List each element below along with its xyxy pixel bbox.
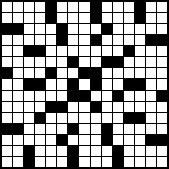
black-cell: [157, 135, 167, 145]
grid-cell[interactable]: [135, 35, 145, 45]
grid-cell[interactable]: [13, 102, 23, 112]
grid-cell[interactable]: [35, 24, 45, 34]
grid-cell[interactable]: [91, 157, 101, 167]
grid-cell[interactable]: [13, 57, 23, 67]
grid-cell[interactable]: [102, 146, 112, 156]
grid-cell[interactable]: [24, 113, 34, 123]
grid-cell[interactable]: [157, 13, 167, 23]
black-cell: [68, 157, 78, 167]
grid-cell[interactable]: [157, 57, 167, 67]
black-cell: [57, 24, 67, 34]
grid-cell[interactable]: [13, 46, 23, 56]
grid-cell[interactable]: [146, 68, 156, 78]
grid-cell[interactable]: [124, 68, 134, 78]
black-cell: [113, 146, 123, 156]
grid-cell[interactable]: [113, 46, 123, 56]
grid-cell[interactable]: [68, 13, 78, 23]
grid-cell[interactable]: [146, 102, 156, 112]
black-cell: [113, 57, 123, 67]
grid-cell[interactable]: [35, 57, 45, 67]
grid-cell[interactable]: [2, 113, 12, 123]
black-cell: [13, 124, 23, 134]
black-cell: [102, 57, 112, 67]
grid-cell[interactable]: [113, 79, 123, 89]
grid-cell[interactable]: [79, 24, 89, 34]
grid-cell[interactable]: [91, 24, 101, 34]
grid-cell[interactable]: [46, 79, 56, 89]
black-cell: [91, 2, 101, 12]
grid-cell[interactable]: [124, 135, 134, 145]
black-cell: [24, 146, 34, 156]
grid-cell[interactable]: [124, 102, 134, 112]
grid-cell[interactable]: [79, 35, 89, 45]
grid-cell[interactable]: [57, 146, 67, 156]
black-cell: [135, 113, 145, 123]
grid-cell[interactable]: [135, 135, 145, 145]
grid-cell[interactable]: [57, 68, 67, 78]
grid-cell[interactable]: [35, 68, 45, 78]
grid-cell[interactable]: [79, 46, 89, 56]
black-cell: [68, 79, 78, 89]
black-cell: [46, 102, 56, 112]
grid-cell[interactable]: [157, 68, 167, 78]
grid-cell[interactable]: [135, 68, 145, 78]
grid-cell[interactable]: [157, 46, 167, 56]
grid-cell[interactable]: [146, 113, 156, 123]
grid-cell[interactable]: [146, 91, 156, 101]
grid-cell[interactable]: [79, 57, 89, 67]
grid-cell[interactable]: [35, 91, 45, 101]
grid-cell[interactable]: [124, 35, 134, 45]
grid-cell[interactable]: [102, 68, 112, 78]
grid-cell[interactable]: [79, 102, 89, 112]
grid-cell[interactable]: [113, 24, 123, 34]
black-cell: [135, 2, 145, 12]
grid-cell[interactable]: [24, 124, 34, 134]
grid-cell[interactable]: [102, 113, 112, 123]
grid-cell[interactable]: [46, 91, 56, 101]
grid-cell[interactable]: [13, 35, 23, 45]
grid-cell[interactable]: [135, 146, 145, 156]
black-cell: [24, 157, 34, 167]
grid-cell[interactable]: [146, 46, 156, 56]
black-cell: [35, 79, 45, 89]
grid-cell[interactable]: [57, 157, 67, 167]
grid-cell[interactable]: [13, 79, 23, 89]
grid-cell[interactable]: [113, 102, 123, 112]
black-cell: [68, 57, 78, 67]
grid-cell[interactable]: [79, 79, 89, 89]
crossword-puzzle: [0, 0, 169, 169]
grid-cell[interactable]: [157, 24, 167, 34]
grid-cell[interactable]: [135, 157, 145, 167]
black-cell: [146, 135, 156, 145]
black-cell: [46, 2, 56, 12]
black-cell: [91, 13, 101, 23]
grid-cell[interactable]: [68, 46, 78, 56]
grid-cell[interactable]: [157, 146, 167, 156]
grid-cell[interactable]: [46, 46, 56, 56]
grid-cell[interactable]: [124, 13, 134, 23]
grid-cell[interactable]: [57, 2, 67, 12]
black-cell: [13, 24, 23, 34]
grid-cell[interactable]: [68, 68, 78, 78]
grid-cell[interactable]: [68, 2, 78, 12]
grid-cell[interactable]: [157, 2, 167, 12]
grid-cell[interactable]: [2, 13, 12, 23]
grid-cell[interactable]: [124, 146, 134, 156]
grid-cell[interactable]: [46, 124, 56, 134]
grid-cell[interactable]: [35, 124, 45, 134]
grid-cell[interactable]: [24, 13, 34, 23]
grid-cell[interactable]: [146, 57, 156, 67]
grid-cell[interactable]: [13, 2, 23, 12]
grid-cell[interactable]: [157, 124, 167, 134]
grid-cell[interactable]: [68, 113, 78, 123]
grid-cell[interactable]: [113, 35, 123, 45]
grid-cell[interactable]: [2, 157, 12, 167]
grid-cell[interactable]: [102, 35, 112, 45]
grid-cell[interactable]: [124, 157, 134, 167]
black-cell: [2, 24, 12, 34]
grid-cell[interactable]: [46, 157, 56, 167]
black-cell: [57, 102, 67, 112]
grid-cell[interactable]: [24, 24, 34, 34]
black-cell: [57, 135, 67, 145]
grid-cell[interactable]: [46, 24, 56, 34]
grid-cell[interactable]: [146, 13, 156, 23]
black-cell: [79, 68, 89, 78]
black-cell: [91, 35, 101, 45]
black-cell: [57, 35, 67, 45]
grid-cell[interactable]: [91, 146, 101, 156]
grid-cell[interactable]: [24, 135, 34, 145]
grid-cell[interactable]: [79, 124, 89, 134]
grid-cell[interactable]: [79, 135, 89, 145]
black-cell: [146, 35, 156, 45]
grid-cell[interactable]: [157, 157, 167, 167]
black-cell: [91, 102, 101, 112]
grid-cell[interactable]: [146, 2, 156, 12]
grid-cell[interactable]: [2, 2, 12, 12]
black-cell: [91, 79, 101, 89]
grid-cell[interactable]: [157, 79, 167, 89]
black-cell: [79, 91, 89, 101]
black-cell: [68, 146, 78, 156]
grid-cell[interactable]: [35, 13, 45, 23]
grid-cell[interactable]: [102, 13, 112, 23]
grid-cell[interactable]: [46, 35, 56, 45]
grid-cell[interactable]: [102, 46, 112, 56]
grid-cell[interactable]: [46, 113, 56, 123]
black-cell: [124, 113, 134, 123]
grid-cell[interactable]: [124, 2, 134, 12]
grid-cell[interactable]: [35, 146, 45, 156]
grid-cell[interactable]: [2, 35, 12, 45]
black-cell: [102, 135, 112, 145]
grid-cell[interactable]: [124, 24, 134, 34]
grid-cell[interactable]: [124, 91, 134, 101]
grid-cell[interactable]: [24, 102, 34, 112]
grid-cell[interactable]: [57, 113, 67, 123]
grid-cell[interactable]: [35, 2, 45, 12]
grid-cell[interactable]: [57, 91, 67, 101]
black-cell: [68, 124, 78, 134]
grid-cell[interactable]: [135, 124, 145, 134]
grid-cell[interactable]: [35, 157, 45, 167]
grid-cell[interactable]: [57, 57, 67, 67]
grid-cell[interactable]: [24, 91, 34, 101]
grid-cell[interactable]: [135, 24, 145, 34]
grid-cell[interactable]: [113, 113, 123, 123]
grid-cell[interactable]: [102, 79, 112, 89]
black-cell: [24, 46, 34, 56]
grid-cell[interactable]: [24, 2, 34, 12]
grid-cell[interactable]: [68, 102, 78, 112]
grid-cell[interactable]: [124, 124, 134, 134]
grid-cell[interactable]: [79, 113, 89, 123]
grid-cell[interactable]: [24, 35, 34, 45]
black-cell: [124, 46, 134, 56]
grid-cell[interactable]: [146, 24, 156, 34]
grid-cell[interactable]: [124, 57, 134, 67]
black-cell: [124, 79, 134, 89]
grid-cell[interactable]: [68, 35, 78, 45]
grid-cell[interactable]: [113, 124, 123, 134]
grid-cell[interactable]: [113, 2, 123, 12]
grid-cell[interactable]: [146, 79, 156, 89]
grid-cell[interactable]: [146, 157, 156, 167]
grid-cell[interactable]: [46, 146, 56, 156]
grid-cell[interactable]: [157, 102, 167, 112]
grid-cell[interactable]: [91, 57, 101, 67]
grid-cell[interactable]: [91, 46, 101, 56]
black-cell: [113, 91, 123, 101]
grid-cell[interactable]: [13, 91, 23, 101]
black-cell: [2, 68, 12, 78]
grid-cell[interactable]: [2, 102, 12, 112]
crossword-grid: [0, 0, 169, 169]
grid-cell[interactable]: [46, 57, 56, 67]
grid-cell[interactable]: [91, 113, 101, 123]
grid-cell[interactable]: [57, 13, 67, 23]
grid-cell[interactable]: [2, 91, 12, 101]
black-cell: [113, 157, 123, 167]
black-cell: [91, 68, 101, 78]
grid-cell[interactable]: [2, 146, 12, 156]
grid-cell[interactable]: [2, 57, 12, 67]
grid-cell[interactable]: [102, 157, 112, 167]
black-cell: [157, 91, 167, 101]
black-cell: [24, 79, 34, 89]
grid-cell[interactable]: [135, 57, 145, 67]
grid-cell[interactable]: [24, 57, 34, 67]
grid-cell[interactable]: [24, 68, 34, 78]
black-cell: [135, 79, 145, 89]
grid-cell[interactable]: [79, 13, 89, 23]
grid-cell[interactable]: [79, 2, 89, 12]
black-cell: [35, 46, 45, 56]
grid-cell[interactable]: [102, 102, 112, 112]
grid-cell[interactable]: [157, 113, 167, 123]
grid-cell[interactable]: [113, 13, 123, 23]
grid-cell[interactable]: [13, 157, 23, 167]
grid-cell[interactable]: [13, 68, 23, 78]
grid-cell[interactable]: [102, 91, 112, 101]
grid-cell[interactable]: [135, 102, 145, 112]
black-cell: [46, 68, 56, 78]
grid-cell[interactable]: [13, 135, 23, 145]
grid-cell[interactable]: [35, 135, 45, 145]
grid-cell[interactable]: [35, 102, 45, 112]
grid-cell[interactable]: [79, 157, 89, 167]
grid-cell[interactable]: [91, 135, 101, 145]
grid-cell[interactable]: [57, 46, 67, 56]
grid-cell[interactable]: [46, 135, 56, 145]
black-cell: [135, 13, 145, 23]
grid-cell[interactable]: [57, 79, 67, 89]
grid-cell[interactable]: [2, 46, 12, 56]
grid-cell[interactable]: [57, 124, 67, 134]
black-cell: [102, 124, 112, 134]
grid-cell[interactable]: [113, 68, 123, 78]
grid-cell[interactable]: [13, 13, 23, 23]
grid-cell[interactable]: [91, 91, 101, 101]
black-cell: [68, 91, 78, 101]
grid-cell[interactable]: [35, 35, 45, 45]
grid-cell[interactable]: [2, 135, 12, 145]
grid-cell[interactable]: [68, 135, 78, 145]
grid-cell[interactable]: [146, 124, 156, 134]
grid-cell[interactable]: [91, 124, 101, 134]
black-cell: [157, 35, 167, 45]
grid-cell[interactable]: [102, 2, 112, 12]
grid-cell[interactable]: [2, 79, 12, 89]
grid-cell[interactable]: [79, 146, 89, 156]
grid-cell[interactable]: [68, 24, 78, 34]
grid-cell[interactable]: [146, 146, 156, 156]
black-cell: [35, 113, 45, 123]
black-cell: [46, 13, 56, 23]
grid-cell[interactable]: [135, 91, 145, 101]
black-cell: [102, 24, 112, 34]
black-cell: [2, 124, 12, 134]
grid-cell[interactable]: [113, 135, 123, 145]
grid-cell[interactable]: [13, 113, 23, 123]
grid-cell[interactable]: [13, 146, 23, 156]
grid-cell[interactable]: [135, 46, 145, 56]
